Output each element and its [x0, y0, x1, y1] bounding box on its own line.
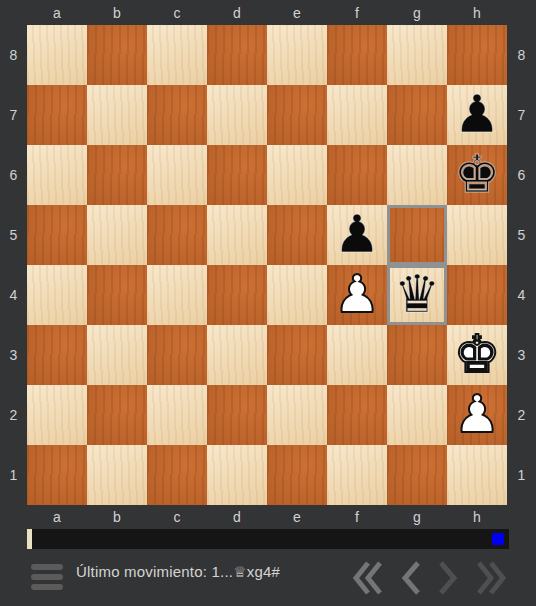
bottom-controls: Último movimiento: 1...♕xg4# — [0, 556, 536, 602]
square-a8[interactable] — [27, 25, 87, 85]
square-c4[interactable] — [147, 265, 207, 325]
square-c7[interactable] — [147, 85, 207, 145]
rank-label-7: 7 — [0, 85, 27, 145]
hamburger-icon — [31, 584, 63, 590]
menu-button[interactable] — [31, 561, 63, 593]
file-label-e: e — [267, 0, 327, 25]
next-move-button — [436, 560, 462, 596]
square-f7[interactable] — [327, 85, 387, 145]
square-h5[interactable] — [447, 205, 507, 265]
square-f2[interactable] — [327, 385, 387, 445]
square-b2[interactable] — [87, 385, 147, 445]
square-f3[interactable] — [327, 325, 387, 385]
file-label-c: c — [147, 505, 207, 529]
square-b3[interactable] — [87, 325, 147, 385]
file-label-f: f — [327, 0, 387, 25]
rank-label-3: 3 — [0, 325, 27, 385]
square-c8[interactable] — [147, 25, 207, 85]
file-labels-bottom: abcdefgh — [27, 505, 507, 529]
square-g6[interactable] — [387, 145, 447, 205]
square-g5[interactable] — [387, 205, 447, 265]
chess-board[interactable]: ♟♚♟♟♛♚♟ — [27, 25, 507, 505]
square-e8[interactable] — [267, 25, 327, 85]
move-progress-bar — [27, 529, 509, 549]
prev-move-button[interactable] — [397, 560, 423, 596]
rank-label-2: 2 — [507, 385, 536, 445]
square-a2[interactable] — [27, 385, 87, 445]
square-a5[interactable] — [27, 205, 87, 265]
move-navigation — [350, 558, 509, 598]
white-pawn-f4[interactable]: ♟ — [334, 268, 381, 320]
square-b7[interactable] — [87, 85, 147, 145]
rank-label-8: 8 — [507, 25, 536, 85]
file-label-d: d — [207, 505, 267, 529]
square-f1[interactable] — [327, 445, 387, 505]
rank-label-6: 6 — [0, 145, 27, 205]
square-d3[interactable] — [207, 325, 267, 385]
square-h3[interactable]: ♚ — [447, 325, 507, 385]
rank-label-6: 6 — [507, 145, 536, 205]
chess-app: abcdefgh 87654321 87654321 abcdefgh ♟♚♟♟… — [0, 0, 536, 606]
square-d8[interactable] — [207, 25, 267, 85]
last-move-button — [475, 560, 509, 596]
file-label-g: g — [387, 0, 447, 25]
square-e7[interactable] — [267, 85, 327, 145]
file-label-h: h — [447, 505, 507, 529]
file-label-h: h — [447, 0, 507, 25]
rank-label-5: 5 — [0, 205, 27, 265]
last-move-text: Último movimiento: 1...♕xg4# — [76, 556, 280, 588]
square-f4[interactable]: ♟ — [327, 265, 387, 325]
rank-label-1: 1 — [0, 445, 27, 505]
square-b5[interactable] — [87, 205, 147, 265]
rank-label-1: 1 — [507, 445, 536, 505]
square-g1[interactable] — [387, 445, 447, 505]
black-pawn-h7[interactable]: ♟ — [454, 88, 501, 140]
square-d6[interactable] — [207, 145, 267, 205]
square-a6[interactable] — [27, 145, 87, 205]
rank-label-3: 3 — [507, 325, 536, 385]
rank-label-4: 4 — [0, 265, 27, 325]
square-e4[interactable] — [267, 265, 327, 325]
square-h1[interactable] — [447, 445, 507, 505]
square-c3[interactable] — [147, 325, 207, 385]
square-h7[interactable]: ♟ — [447, 85, 507, 145]
rank-labels-right: 87654321 — [507, 25, 536, 505]
square-e2[interactable] — [267, 385, 327, 445]
square-e3[interactable] — [267, 325, 327, 385]
white-pawn-h2[interactable]: ♟ — [454, 388, 501, 440]
square-g8[interactable] — [387, 25, 447, 85]
file-label-d: d — [207, 0, 267, 25]
square-g7[interactable] — [387, 85, 447, 145]
square-g2[interactable] — [387, 385, 447, 445]
square-g4[interactable]: ♛ — [387, 265, 447, 325]
square-d4[interactable] — [207, 265, 267, 325]
square-c1[interactable] — [147, 445, 207, 505]
square-e5[interactable] — [267, 205, 327, 265]
square-d5[interactable] — [207, 205, 267, 265]
square-e1[interactable] — [267, 445, 327, 505]
rank-labels-left: 87654321 — [0, 25, 27, 505]
first-move-button[interactable] — [350, 560, 384, 596]
progress-bar-sliver — [27, 529, 32, 549]
white-king-h3[interactable]: ♚ — [454, 328, 501, 380]
rank-label-7: 7 — [507, 85, 536, 145]
hamburger-icon — [31, 564, 63, 570]
file-label-b: b — [87, 0, 147, 25]
square-g3[interactable] — [387, 325, 447, 385]
square-h2[interactable]: ♟ — [447, 385, 507, 445]
square-c5[interactable] — [147, 205, 207, 265]
square-b4[interactable] — [87, 265, 147, 325]
progress-bar-marker — [492, 533, 504, 545]
file-label-a: a — [27, 505, 87, 529]
black-pawn-f5[interactable]: ♟ — [334, 208, 381, 260]
file-label-f: f — [327, 505, 387, 529]
square-h6[interactable]: ♚ — [447, 145, 507, 205]
square-a3[interactable] — [27, 325, 87, 385]
square-h8[interactable] — [447, 25, 507, 85]
square-d2[interactable] — [207, 385, 267, 445]
file-label-e: e — [267, 505, 327, 529]
double-chevron-right-icon — [475, 560, 509, 596]
square-f8[interactable] — [327, 25, 387, 85]
square-a7[interactable] — [27, 85, 87, 145]
square-b8[interactable] — [87, 25, 147, 85]
square-h4[interactable] — [447, 265, 507, 325]
rank-label-4: 4 — [507, 265, 536, 325]
square-d1[interactable] — [207, 445, 267, 505]
chevron-left-icon — [397, 560, 423, 596]
square-b1[interactable] — [87, 445, 147, 505]
hamburger-icon — [31, 574, 63, 580]
file-label-a: a — [27, 0, 87, 25]
rank-label-8: 8 — [0, 25, 27, 85]
square-f6[interactable] — [327, 145, 387, 205]
file-label-c: c — [147, 0, 207, 25]
square-d7[interactable] — [207, 85, 267, 145]
square-a4[interactable] — [27, 265, 87, 325]
black-queen-g4[interactable]: ♛ — [394, 268, 441, 320]
chevron-right-icon — [436, 560, 462, 596]
double-chevron-left-icon — [350, 560, 384, 596]
file-label-g: g — [387, 505, 447, 529]
square-f5[interactable]: ♟ — [327, 205, 387, 265]
file-labels-top: abcdefgh — [27, 0, 507, 25]
square-c2[interactable] — [147, 385, 207, 445]
rank-label-2: 2 — [0, 385, 27, 445]
square-b6[interactable] — [87, 145, 147, 205]
square-a1[interactable] — [27, 445, 87, 505]
black-king-h6[interactable]: ♚ — [454, 148, 501, 200]
square-c6[interactable] — [147, 145, 207, 205]
rank-label-5: 5 — [507, 205, 536, 265]
file-label-b: b — [87, 505, 147, 529]
square-e6[interactable] — [267, 145, 327, 205]
